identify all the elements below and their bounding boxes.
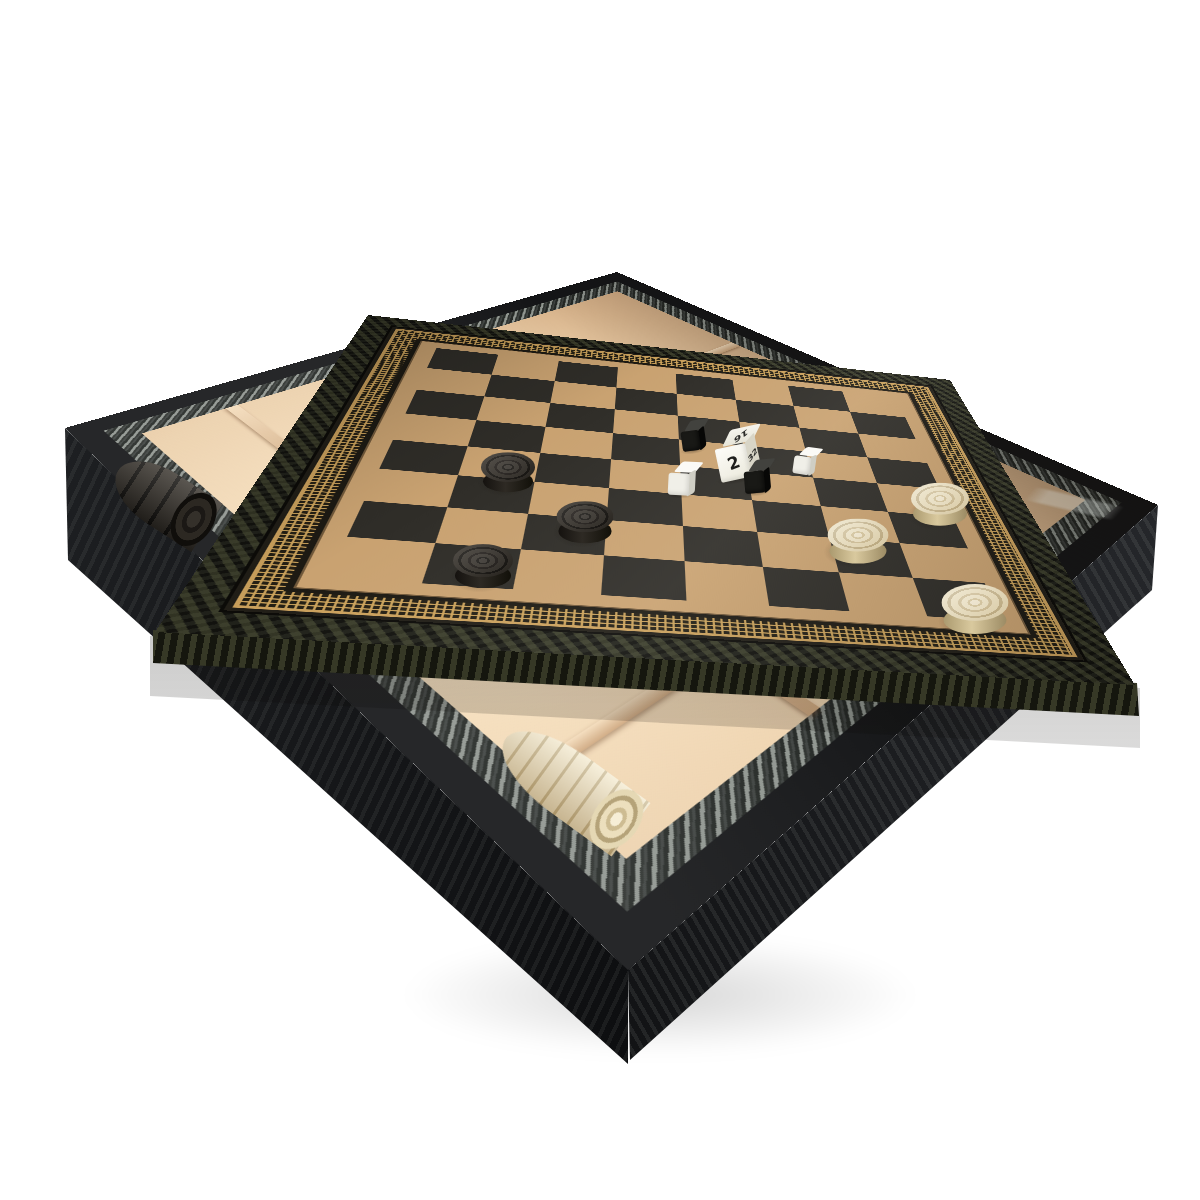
black-die[interactable] bbox=[743, 459, 772, 494]
white-die[interactable] bbox=[668, 461, 697, 496]
die-front-face bbox=[680, 430, 701, 452]
die-front-face bbox=[668, 472, 690, 495]
checker-dark[interactable] bbox=[453, 544, 513, 588]
checker-cream[interactable] bbox=[911, 483, 969, 526]
checker-dark[interactable] bbox=[481, 452, 535, 492]
checker-top bbox=[911, 483, 969, 515]
black-die[interactable] bbox=[679, 419, 707, 452]
product-photo-scene: 16 32 2 bbox=[0, 0, 1200, 1200]
checker-top bbox=[828, 519, 889, 552]
checker-cream[interactable] bbox=[942, 584, 1009, 634]
die-front-face bbox=[744, 471, 766, 494]
checker-top bbox=[942, 584, 1009, 621]
checker-top bbox=[453, 544, 513, 577]
checker-top bbox=[557, 501, 614, 532]
checker-top bbox=[481, 452, 535, 482]
checker-dark[interactable] bbox=[557, 501, 614, 543]
checker-cream[interactable] bbox=[828, 519, 889, 564]
die-front-face bbox=[792, 455, 811, 476]
white-die[interactable] bbox=[792, 445, 818, 476]
